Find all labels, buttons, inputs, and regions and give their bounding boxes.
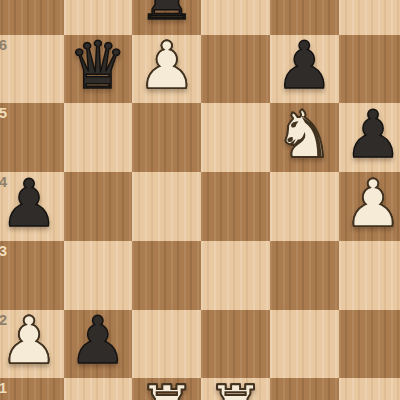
square-a1[interactable]: 1 [0,378,64,400]
square-f4[interactable]: ♟ [339,172,400,241]
piece-white-rook[interactable]: ♜ [137,377,196,400]
square-f3[interactable] [339,241,400,310]
square-f7[interactable] [339,0,400,35]
rank-label-6: 6 [0,37,7,52]
square-f5[interactable]: ♟ [339,103,400,172]
square-c6[interactable]: ♟ [132,35,201,104]
square-d1[interactable]: ♜ [201,378,270,400]
square-d4[interactable] [201,172,270,241]
piece-black-pawn[interactable]: ♟ [69,308,128,373]
rank-label-1: 1 [0,380,7,395]
square-d7[interactable] [201,0,270,35]
square-a7[interactable]: 7 [0,0,64,35]
piece-white-pawn[interactable]: ♟ [137,33,196,98]
square-f1[interactable] [339,378,400,400]
piece-black-pawn[interactable]: ♟ [0,171,58,236]
square-d5[interactable] [201,103,270,172]
square-c2[interactable] [132,310,201,379]
square-b6[interactable]: ♛ [64,35,133,104]
piece-black-pawn[interactable]: ♟ [344,102,400,167]
square-c4[interactable] [132,172,201,241]
square-e6[interactable]: ♟ [270,35,339,104]
square-a4[interactable]: 4♟ [0,172,64,241]
square-e1[interactable] [270,378,339,400]
square-a3[interactable]: 3 [0,241,64,310]
square-b3[interactable] [64,241,133,310]
square-f6[interactable] [339,35,400,104]
piece-white-knight[interactable]: ♞ [275,102,334,167]
rank-label-5: 5 [0,105,7,120]
piece-black-rook[interactable]: ♜ [137,0,196,30]
square-b1[interactable] [64,378,133,400]
piece-white-pawn[interactable]: ♟ [0,308,58,373]
piece-white-pawn[interactable]: ♟ [344,171,400,236]
piece-white-rook[interactable]: ♜ [206,377,265,400]
square-c1[interactable]: ♜ [132,378,201,400]
chess-board-viewport: 87♜6♛♟♟5♞♟4♟♟32♟♟1♜♜ [0,0,400,400]
square-f2[interactable] [339,310,400,379]
square-a2[interactable]: 2♟ [0,310,64,379]
square-b4[interactable] [64,172,133,241]
square-e3[interactable] [270,241,339,310]
square-d6[interactable] [201,35,270,104]
square-e2[interactable] [270,310,339,379]
square-b2[interactable]: ♟ [64,310,133,379]
piece-black-pawn[interactable]: ♟ [275,33,334,98]
square-e4[interactable] [270,172,339,241]
square-a5[interactable]: 5 [0,103,64,172]
square-c5[interactable] [132,103,201,172]
rank-label-3: 3 [0,243,7,258]
square-b5[interactable] [64,103,133,172]
square-d3[interactable] [201,241,270,310]
square-e5[interactable]: ♞ [270,103,339,172]
square-c3[interactable] [132,241,201,310]
chess-board: 87♜6♛♟♟5♞♟4♟♟32♟♟1♜♜ [0,0,400,400]
piece-black-queen[interactable]: ♛ [69,33,128,98]
square-a6[interactable]: 6 [0,35,64,104]
square-d2[interactable] [201,310,270,379]
